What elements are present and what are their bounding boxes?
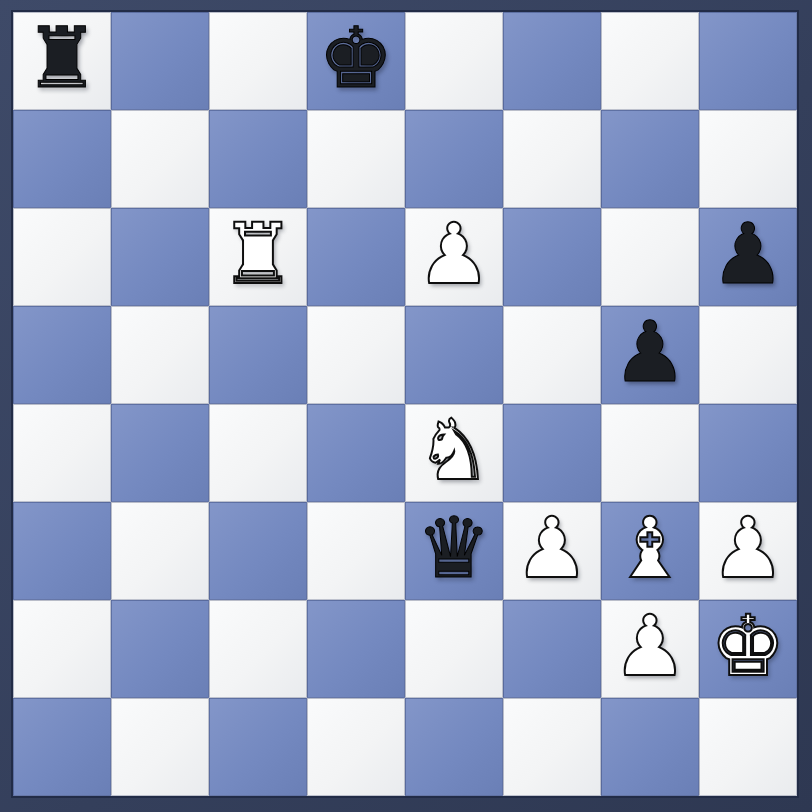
- square-e6[interactable]: ♟: [405, 208, 503, 306]
- square-a3[interactable]: [13, 502, 111, 600]
- square-h6[interactable]: ♟: [699, 208, 797, 306]
- square-c7[interactable]: [209, 110, 307, 208]
- square-g3[interactable]: ♝: [601, 502, 699, 600]
- square-f8[interactable]: [503, 12, 601, 110]
- square-c6[interactable]: ♜: [209, 208, 307, 306]
- square-h2[interactable]: ♚: [699, 600, 797, 698]
- square-g8[interactable]: [601, 12, 699, 110]
- white-pawn[interactable]: ♟: [710, 499, 785, 597]
- white-bishop[interactable]: ♝: [612, 499, 687, 597]
- square-b2[interactable]: [111, 600, 209, 698]
- square-g2[interactable]: ♟: [601, 600, 699, 698]
- square-c2[interactable]: [209, 600, 307, 698]
- square-f1[interactable]: [503, 698, 601, 796]
- square-a2[interactable]: [13, 600, 111, 698]
- square-d5[interactable]: [307, 306, 405, 404]
- square-h7[interactable]: [699, 110, 797, 208]
- square-h3[interactable]: ♟: [699, 502, 797, 600]
- square-f5[interactable]: [503, 306, 601, 404]
- square-d2[interactable]: [307, 600, 405, 698]
- square-d4[interactable]: [307, 404, 405, 502]
- white-pawn[interactable]: ♟: [416, 205, 491, 303]
- square-f3[interactable]: ♟: [503, 502, 601, 600]
- square-b1[interactable]: [111, 698, 209, 796]
- square-c8[interactable]: [209, 12, 307, 110]
- white-pawn[interactable]: ♟: [514, 499, 589, 597]
- square-f2[interactable]: [503, 600, 601, 698]
- square-e2[interactable]: [405, 600, 503, 698]
- square-h5[interactable]: [699, 306, 797, 404]
- white-knight[interactable]: ♞: [416, 401, 491, 499]
- square-d8[interactable]: ♚: [307, 12, 405, 110]
- square-b3[interactable]: [111, 502, 209, 600]
- square-e7[interactable]: [405, 110, 503, 208]
- square-b8[interactable]: [111, 12, 209, 110]
- black-rook[interactable]: ♜: [24, 9, 99, 107]
- square-b7[interactable]: [111, 110, 209, 208]
- square-e1[interactable]: [405, 698, 503, 796]
- square-d6[interactable]: [307, 208, 405, 306]
- square-c1[interactable]: [209, 698, 307, 796]
- board-frame: ♜♚♜♟♟♟♞♛♟♝♟♟♚: [0, 0, 812, 812]
- square-g5[interactable]: ♟: [601, 306, 699, 404]
- square-d3[interactable]: [307, 502, 405, 600]
- square-b6[interactable]: [111, 208, 209, 306]
- square-h4[interactable]: [699, 404, 797, 502]
- square-c3[interactable]: [209, 502, 307, 600]
- square-a8[interactable]: ♜: [13, 12, 111, 110]
- black-pawn[interactable]: ♟: [710, 205, 785, 303]
- square-a4[interactable]: [13, 404, 111, 502]
- white-king[interactable]: ♚: [710, 597, 785, 695]
- square-b4[interactable]: [111, 404, 209, 502]
- square-g1[interactable]: [601, 698, 699, 796]
- square-f6[interactable]: [503, 208, 601, 306]
- square-g4[interactable]: [601, 404, 699, 502]
- square-a1[interactable]: [13, 698, 111, 796]
- square-g7[interactable]: [601, 110, 699, 208]
- square-e5[interactable]: [405, 306, 503, 404]
- square-h8[interactable]: [699, 12, 797, 110]
- white-rook[interactable]: ♜: [220, 205, 295, 303]
- square-e4[interactable]: ♞: [405, 404, 503, 502]
- square-a6[interactable]: [13, 208, 111, 306]
- square-e8[interactable]: [405, 12, 503, 110]
- square-g6[interactable]: [601, 208, 699, 306]
- white-pawn[interactable]: ♟: [612, 597, 687, 695]
- square-c4[interactable]: [209, 404, 307, 502]
- square-f4[interactable]: [503, 404, 601, 502]
- chess-board: ♜♚♜♟♟♟♞♛♟♝♟♟♚: [13, 12, 797, 796]
- square-b5[interactable]: [111, 306, 209, 404]
- square-f7[interactable]: [503, 110, 601, 208]
- square-d7[interactable]: [307, 110, 405, 208]
- black-pawn[interactable]: ♟: [612, 303, 687, 401]
- square-d1[interactable]: [307, 698, 405, 796]
- square-h1[interactable]: [699, 698, 797, 796]
- black-queen[interactable]: ♛: [416, 499, 491, 597]
- black-king[interactable]: ♚: [318, 9, 393, 107]
- square-a5[interactable]: [13, 306, 111, 404]
- square-a7[interactable]: [13, 110, 111, 208]
- square-c5[interactable]: [209, 306, 307, 404]
- square-e3[interactable]: ♛: [405, 502, 503, 600]
